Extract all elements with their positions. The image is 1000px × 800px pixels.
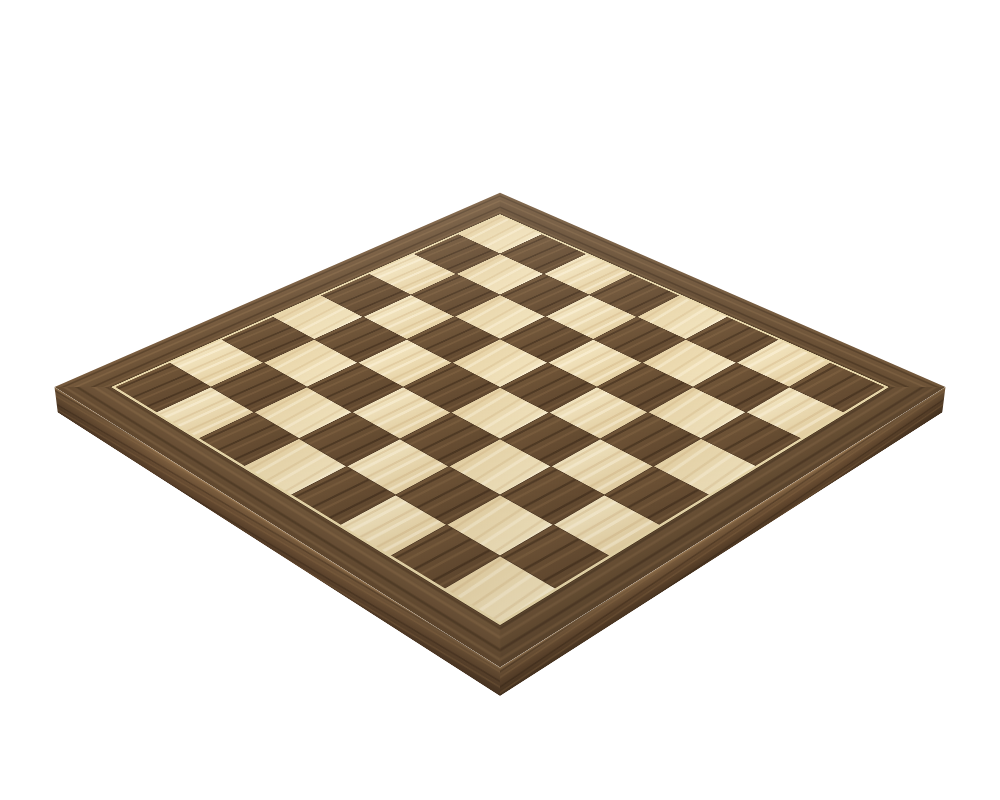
square-h1 bbox=[445, 556, 555, 622]
square-e1 bbox=[292, 467, 395, 525]
square-f2 bbox=[396, 467, 499, 525]
square-d3 bbox=[353, 387, 450, 438]
square-h6 bbox=[701, 413, 800, 466]
square-g3 bbox=[501, 467, 604, 525]
square-b1 bbox=[157, 387, 254, 438]
square-e4 bbox=[452, 387, 549, 438]
square-g5 bbox=[601, 413, 700, 466]
square-h3 bbox=[554, 495, 659, 555]
square-f3 bbox=[450, 439, 551, 494]
square-f4 bbox=[501, 413, 600, 466]
square-f5 bbox=[550, 387, 647, 438]
playing-area-with-maple-inlay bbox=[111, 214, 889, 625]
square-d2 bbox=[300, 413, 399, 466]
board-frame-far-right-edge bbox=[463, 372, 945, 668]
square-h4 bbox=[605, 467, 708, 525]
square-d1 bbox=[245, 439, 346, 494]
square-h2 bbox=[501, 525, 609, 588]
photo-background bbox=[0, 0, 1000, 800]
square-g2 bbox=[447, 495, 552, 555]
square-e2 bbox=[347, 439, 448, 494]
square-g4 bbox=[552, 439, 653, 494]
square-g6 bbox=[648, 387, 745, 438]
square-e3 bbox=[400, 413, 499, 466]
square-f1 bbox=[341, 495, 446, 555]
square-g1 bbox=[392, 525, 500, 588]
square-c1 bbox=[200, 413, 299, 466]
square-h7 bbox=[746, 387, 843, 438]
square-c2 bbox=[255, 387, 352, 438]
board-frame-near-left-edge bbox=[55, 372, 537, 668]
chess-board bbox=[55, 193, 946, 668]
square-h5 bbox=[654, 439, 755, 494]
board-top-face bbox=[55, 193, 946, 668]
board-grid bbox=[115, 216, 884, 622]
